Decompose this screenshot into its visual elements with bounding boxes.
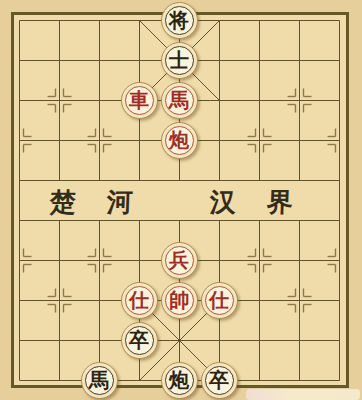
piece-glyph: 帥 bbox=[165, 286, 194, 315]
bottom-right-artifact bbox=[246, 389, 360, 400]
piece-black-horse[interactable]: 馬 bbox=[81, 362, 118, 399]
piece-red-advisor[interactable]: 仕 bbox=[201, 282, 238, 319]
piece-glyph: 仕 bbox=[205, 286, 234, 315]
piece-black-soldier[interactable]: 卒 bbox=[121, 322, 158, 359]
piece-red-soldier[interactable]: 兵 bbox=[161, 242, 198, 279]
piece-glyph: 馬 bbox=[85, 366, 114, 395]
piece-glyph: 馬 bbox=[165, 86, 194, 115]
piece-red-chariot[interactable]: 車 bbox=[121, 82, 158, 119]
piece-glyph: 車 bbox=[125, 86, 154, 115]
piece-black-advisor[interactable]: 士 bbox=[161, 42, 198, 79]
piece-black-soldier[interactable]: 卒 bbox=[201, 362, 238, 399]
piece-red-horse[interactable]: 馬 bbox=[161, 82, 198, 119]
piece-glyph: 卒 bbox=[205, 366, 234, 395]
piece-glyph: 兵 bbox=[165, 246, 194, 275]
river-label-right: 汉界 bbox=[210, 185, 325, 213]
piece-glyph: 将 bbox=[165, 6, 194, 35]
piece-glyph: 卒 bbox=[125, 326, 154, 355]
piece-glyph: 仕 bbox=[125, 286, 154, 315]
piece-black-cannon[interactable]: 炮 bbox=[161, 362, 198, 399]
piece-glyph: 士 bbox=[165, 46, 194, 75]
piece-glyph: 炮 bbox=[165, 366, 194, 395]
piece-red-cannon[interactable]: 炮 bbox=[161, 122, 198, 159]
piece-red-advisor[interactable]: 仕 bbox=[121, 282, 158, 319]
river-label-left: 楚河 bbox=[50, 185, 165, 213]
piece-glyph: 炮 bbox=[165, 126, 194, 155]
piece-red-general[interactable]: 帥 bbox=[161, 282, 198, 319]
piece-black-general[interactable]: 将 bbox=[161, 2, 198, 39]
